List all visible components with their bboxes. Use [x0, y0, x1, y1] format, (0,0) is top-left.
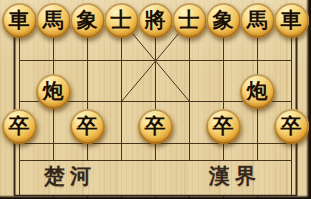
- piece-black-elephant-right[interactable]: 象: [206, 3, 241, 38]
- piece-glyph: 炮: [43, 80, 64, 101]
- piece-black-advisor-left[interactable]: 士: [104, 3, 139, 38]
- piece-glyph: 馬: [43, 9, 64, 30]
- piece-glyph: 卒: [213, 115, 234, 136]
- piece-black-chariot-left[interactable]: 車: [2, 3, 37, 38]
- piece-black-elephant-left[interactable]: 象: [70, 3, 105, 38]
- piece-glyph: 象: [77, 9, 98, 30]
- piece-glyph: 車: [9, 9, 30, 30]
- window-edge-shadow-bottom: [0, 195, 311, 199]
- piece-glyph: 卒: [281, 115, 302, 136]
- piece-black-soldier-3[interactable]: 卒: [138, 109, 173, 144]
- piece-glyph: 卒: [145, 115, 166, 136]
- piece-black-advisor-right[interactable]: 士: [172, 3, 207, 38]
- piece-black-soldier-5[interactable]: 卒: [274, 109, 309, 144]
- window-edge-shadow-right: [306, 0, 311, 199]
- piece-black-general[interactable]: 將: [138, 3, 173, 38]
- piece-black-horse-left[interactable]: 馬: [36, 3, 71, 38]
- piece-black-cannon-left[interactable]: 炮: [36, 74, 71, 109]
- piece-black-chariot-right[interactable]: 車: [274, 3, 309, 38]
- piece-glyph: 卒: [9, 115, 30, 136]
- piece-glyph: 炮: [247, 80, 268, 101]
- piece-glyph: 車: [281, 9, 302, 30]
- piece-glyph: 馬: [247, 9, 268, 30]
- piece-glyph: 將: [145, 9, 166, 30]
- piece-black-soldier-4[interactable]: 卒: [206, 109, 241, 144]
- piece-black-soldier-2[interactable]: 卒: [70, 109, 105, 144]
- piece-glyph: 士: [111, 9, 132, 30]
- piece-black-horse-right[interactable]: 馬: [240, 3, 275, 38]
- piece-glyph: 象: [213, 9, 234, 30]
- river-label-han-border: 漢界: [200, 163, 270, 189]
- river-label-chu-river: 楚河: [35, 163, 105, 189]
- xiangqi-board: 楚河 漢界 車馬象士將士象馬車炮炮卒卒卒卒卒: [0, 0, 311, 199]
- piece-black-cannon-right[interactable]: 炮: [240, 74, 275, 109]
- piece-glyph: 卒: [77, 115, 98, 136]
- piece-glyph: 士: [179, 9, 200, 30]
- piece-black-soldier-1[interactable]: 卒: [2, 109, 37, 144]
